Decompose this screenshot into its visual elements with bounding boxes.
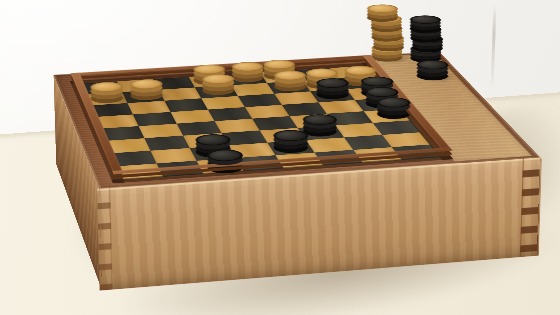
checker-piece-dark [270,142,311,155]
board-scene [0,0,560,315]
checker-piece-light [271,82,309,93]
checker-piece-light [199,85,236,96]
checker-piece-dark [413,71,452,82]
dovetail-joint-right [520,157,540,257]
checker-piece-light [88,93,125,105]
checker-piece-dark [313,89,352,101]
checker-piece-light [128,90,165,102]
dovetail-joint-left [97,188,112,291]
product-photo [0,0,560,315]
checkers-box-board [54,51,540,188]
